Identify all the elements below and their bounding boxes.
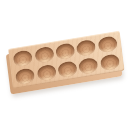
pit-r1-c1[interactable] (13, 49, 34, 67)
pit-r2-c2[interactable] (36, 63, 57, 81)
pit-r2-c4[interactable] (78, 56, 99, 74)
pit-cell-r2-c2 (35, 62, 58, 83)
photo-scene (0, 0, 128, 128)
pit-r2-c3[interactable] (57, 60, 78, 78)
pit-r1-c2[interactable] (34, 45, 55, 63)
pit-cell-r2-c5 (98, 51, 121, 72)
pit-cell-r2-c3 (56, 58, 79, 79)
pit-r2-c1[interactable] (15, 67, 36, 85)
pit-cell-r2-c4 (77, 55, 100, 76)
pit-cell-r2-c1 (13, 65, 36, 86)
pit-r1-c4[interactable] (76, 38, 97, 56)
pit-r2-c5[interactable] (99, 53, 120, 71)
pit-r1-c3[interactable] (55, 42, 76, 60)
pit-r1-c5[interactable] (97, 35, 118, 53)
